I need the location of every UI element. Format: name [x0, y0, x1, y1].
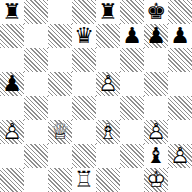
square-c7[interactable] [48, 24, 72, 48]
black-queen-d7: ♛ [72, 24, 96, 48]
square-c8[interactable] [48, 0, 72, 24]
square-f7[interactable]: ♟ [120, 24, 144, 48]
square-d1[interactable]: ♜♖ [72, 168, 96, 192]
square-c2[interactable] [48, 144, 72, 168]
square-d7[interactable]: ♛ [72, 24, 96, 48]
chess-board: ♜♜♚♛♟♟♟♟♟♙♟♙♛♕♝♗♟♙♝♟♙♜♖♚♔ [0, 0, 192, 192]
white-king-g1: ♚♔ [144, 168, 168, 192]
black-bishop-g2: ♝ [144, 144, 168, 168]
square-b4[interactable] [24, 96, 48, 120]
square-d5[interactable] [72, 72, 96, 96]
square-c1[interactable] [48, 168, 72, 192]
square-b7[interactable] [24, 24, 48, 48]
black-rook-e8: ♜ [96, 0, 120, 24]
white-pawn-e5: ♟♙ [96, 72, 120, 96]
square-g6[interactable] [144, 48, 168, 72]
square-e8[interactable]: ♜ [96, 0, 120, 24]
square-g2[interactable]: ♝ [144, 144, 168, 168]
square-c3[interactable]: ♛♕ [48, 120, 72, 144]
square-c6[interactable] [48, 48, 72, 72]
black-pawn-f7: ♟ [120, 24, 144, 48]
square-e7[interactable] [96, 24, 120, 48]
square-g3[interactable]: ♟♙ [144, 120, 168, 144]
square-e2[interactable] [96, 144, 120, 168]
square-c4[interactable] [48, 96, 72, 120]
square-e4[interactable] [96, 96, 120, 120]
square-a3[interactable]: ♟♙ [0, 120, 24, 144]
square-b2[interactable] [24, 144, 48, 168]
square-e3[interactable]: ♝♗ [96, 120, 120, 144]
black-rook-a8: ♜ [0, 0, 24, 24]
square-h6[interactable] [168, 48, 192, 72]
white-queen-c3: ♛♕ [48, 120, 72, 144]
square-f6[interactable] [120, 48, 144, 72]
square-d2[interactable] [72, 144, 96, 168]
square-h2[interactable]: ♟♙ [168, 144, 192, 168]
square-g4[interactable] [144, 96, 168, 120]
square-f3[interactable] [120, 120, 144, 144]
square-g1[interactable]: ♚♔ [144, 168, 168, 192]
square-b6[interactable] [24, 48, 48, 72]
white-pawn-g3: ♟♙ [144, 120, 168, 144]
white-pawn-h2: ♟♙ [168, 144, 192, 168]
square-h5[interactable] [168, 72, 192, 96]
black-king-g8: ♚ [144, 0, 168, 24]
square-d4[interactable] [72, 96, 96, 120]
square-a5[interactable]: ♟ [0, 72, 24, 96]
square-e1[interactable] [96, 168, 120, 192]
square-a6[interactable] [0, 48, 24, 72]
square-g5[interactable] [144, 72, 168, 96]
square-a1[interactable] [0, 168, 24, 192]
square-f8[interactable] [120, 0, 144, 24]
square-d6[interactable] [72, 48, 96, 72]
square-f2[interactable] [120, 144, 144, 168]
square-b1[interactable] [24, 168, 48, 192]
square-d3[interactable] [72, 120, 96, 144]
square-h7[interactable]: ♟ [168, 24, 192, 48]
square-h1[interactable] [168, 168, 192, 192]
square-f4[interactable] [120, 96, 144, 120]
square-a7[interactable] [0, 24, 24, 48]
chess-diagram: ♜♜♚♛♟♟♟♟♟♙♟♙♛♕♝♗♟♙♝♟♙♜♖♚♔ [0, 0, 192, 192]
square-h4[interactable] [168, 96, 192, 120]
square-f5[interactable] [120, 72, 144, 96]
square-d8[interactable] [72, 0, 96, 24]
square-h3[interactable] [168, 120, 192, 144]
white-rook-d1: ♜♖ [72, 168, 96, 192]
square-b8[interactable] [24, 0, 48, 24]
square-h8[interactable] [168, 0, 192, 24]
square-f1[interactable] [120, 168, 144, 192]
square-e6[interactable] [96, 48, 120, 72]
square-e5[interactable]: ♟♙ [96, 72, 120, 96]
black-pawn-a5: ♟ [0, 72, 24, 96]
square-g7[interactable]: ♟ [144, 24, 168, 48]
square-c5[interactable] [48, 72, 72, 96]
square-b5[interactable] [24, 72, 48, 96]
square-a2[interactable] [0, 144, 24, 168]
square-a4[interactable] [0, 96, 24, 120]
square-a8[interactable]: ♜ [0, 0, 24, 24]
square-g8[interactable]: ♚ [144, 0, 168, 24]
white-pawn-a3: ♟♙ [0, 120, 24, 144]
black-pawn-g7: ♟ [144, 24, 168, 48]
white-bishop-e3: ♝♗ [96, 120, 120, 144]
square-b3[interactable] [24, 120, 48, 144]
black-pawn-h7: ♟ [168, 24, 192, 48]
